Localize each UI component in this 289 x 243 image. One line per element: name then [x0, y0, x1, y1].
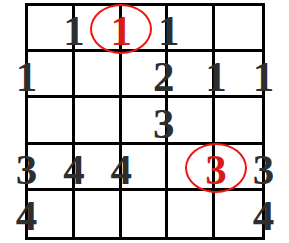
board-cell	[168, 145, 215, 191]
board-cell	[215, 145, 262, 191]
board-cell	[215, 98, 262, 144]
board-cell	[28, 52, 75, 98]
board-cell	[122, 52, 169, 98]
board-cell	[122, 6, 169, 52]
board-cell	[75, 191, 122, 237]
board-cell	[28, 6, 75, 52]
board-cell	[75, 6, 122, 52]
board-cell	[75, 98, 122, 144]
puzzle-diagram: 111121133443344	[0, 0, 289, 243]
board-cell	[122, 145, 169, 191]
board-cell	[28, 98, 75, 144]
board-cell	[122, 98, 169, 144]
board-cell	[215, 52, 262, 98]
board-cell	[215, 6, 262, 52]
puzzle-board	[25, 3, 265, 240]
board-cell	[215, 191, 262, 237]
board-cell	[75, 52, 122, 98]
board-cell	[168, 98, 215, 144]
board-cell	[28, 145, 75, 191]
board-cell	[168, 6, 215, 52]
board-cell	[168, 52, 215, 98]
board-cell	[28, 191, 75, 237]
board-cell	[122, 191, 169, 237]
board-cell	[75, 145, 122, 191]
board-cell	[168, 191, 215, 237]
